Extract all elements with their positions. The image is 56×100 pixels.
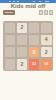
tile-4: 4 bbox=[41, 35, 52, 46]
empty-cell bbox=[5, 35, 16, 46]
tile-16: 16 bbox=[41, 59, 52, 70]
app-screen: Kids mid off 248223216 bbox=[0, 0, 56, 100]
empty-cell bbox=[17, 47, 28, 58]
empty-cell bbox=[5, 59, 16, 70]
empty-cell bbox=[29, 35, 40, 46]
tile-32: 32 bbox=[29, 59, 40, 70]
score-box bbox=[49, 10, 53, 15]
tile-2: 2 bbox=[41, 47, 52, 58]
tile-2: 2 bbox=[17, 59, 28, 70]
score-boxes bbox=[39, 10, 53, 15]
empty-cell bbox=[17, 35, 28, 46]
tile-2: 2 bbox=[17, 23, 28, 34]
empty-cell bbox=[29, 23, 40, 34]
empty-cell bbox=[5, 23, 16, 34]
page-title: Kids mid off bbox=[0, 3, 56, 10]
tile-8: 8 bbox=[29, 47, 40, 58]
score-box bbox=[44, 10, 48, 15]
score-box bbox=[39, 10, 43, 15]
board[interactable]: 248223216 bbox=[3, 21, 53, 71]
empty-cell bbox=[41, 23, 52, 34]
new-game-button[interactable] bbox=[3, 10, 15, 15]
empty-cell bbox=[5, 47, 16, 58]
